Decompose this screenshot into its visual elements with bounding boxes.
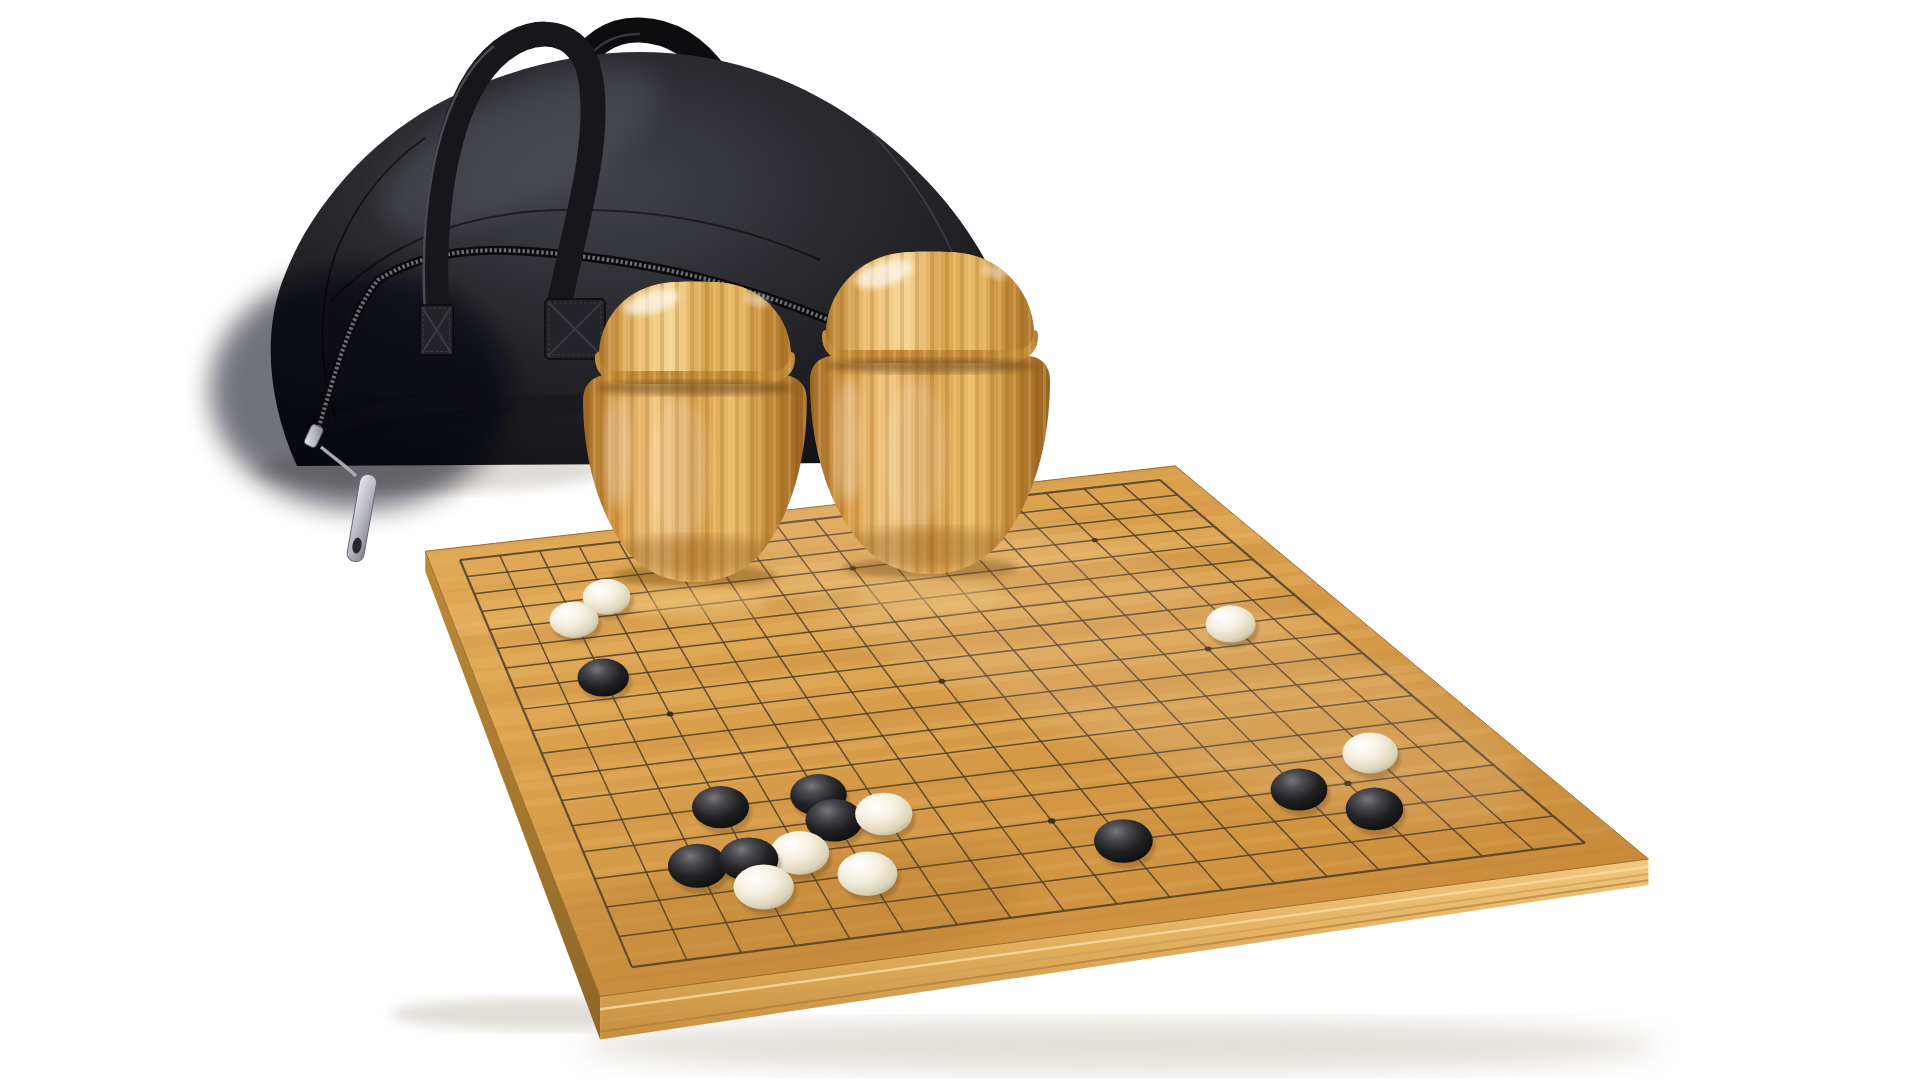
handle-patch-left	[420, 305, 453, 355]
stone-black-C4	[668, 844, 727, 888]
go-set-product-photo: ·YMI·	[0, 0, 1920, 1080]
star-point-D10	[667, 712, 674, 717]
scene-svg: ·YMI·	[0, 0, 1920, 1080]
stone-white-F3	[838, 852, 898, 896]
stone-black-P4	[1271, 769, 1328, 811]
stone-black-Q3	[1346, 788, 1404, 831]
stone-white-D3	[734, 865, 794, 910]
stone-black-L3	[1094, 819, 1153, 863]
stone-white-C15	[550, 602, 599, 638]
handle-patch-right	[545, 299, 605, 359]
star-point-K4	[1048, 818, 1055, 823]
stone-black-D6	[692, 786, 749, 828]
stone-black-C12	[578, 659, 629, 697]
right-bowl-reflection	[855, 580, 1005, 612]
board-floor-shadow	[580, 1020, 1660, 1072]
left-bowl-reflection	[630, 588, 770, 620]
stone-white-R11	[1206, 606, 1256, 643]
stone-white-G5	[855, 793, 912, 836]
stone-white-R5	[1343, 732, 1398, 773]
